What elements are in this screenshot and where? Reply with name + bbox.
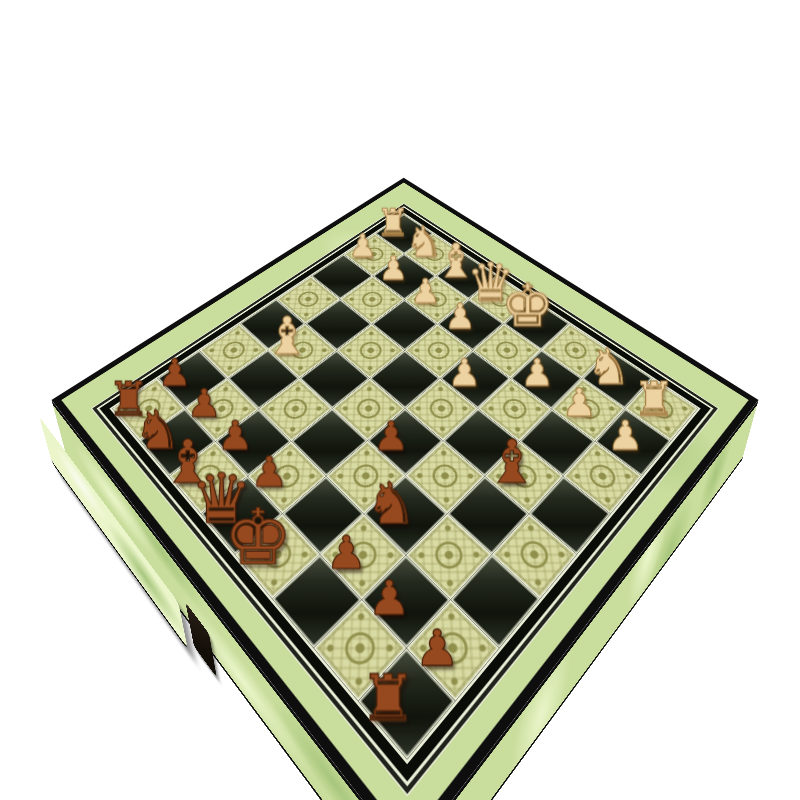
black-rook-h8: ♜	[339, 666, 439, 730]
white-king-e1: ♚	[494, 275, 561, 334]
black-knight-f6: ♞	[349, 475, 432, 533]
product-photo-stage: ♜♟♞♟♝♟♛♟♚♝♟♟♟♞♜♟♟♜♞♟♟♟♝♟♝♛♞♚♟♟♟♜	[0, 0, 800, 800]
black-pawn-e5: ♟	[353, 416, 430, 456]
drawer-handle	[185, 602, 216, 677]
white-bishop-b5: ♝	[253, 310, 322, 362]
board-frame: ♜♟♞♟♝♟♛♟♚♝♟♟♟♞♜♟♟♜♞♟♟♟♝♟♝♛♞♚♟♟♟♜	[97, 206, 714, 786]
chess-box: ♜♟♞♟♝♟♛♟♚♝♟♟♟♞♜♟♟♜♞♟♟♟♝♟♝♛♞♚♟♟♟♜	[51, 178, 758, 800]
white-pawn-d2: ♟	[427, 299, 494, 334]
white-pawn-h2: ♟	[587, 416, 664, 456]
black-king-e8: ♚	[215, 498, 302, 575]
black-pawn-f7: ♟	[303, 530, 390, 576]
white-pawn-e3: ♟	[429, 353, 500, 391]
chess-set-scene: ♜♟♞♟♝♟♛♟♚♝♟♟♟♞♜♟♟♜♞♟♟♟♝♟♝♛♞♚♟♟♟♜	[0, 0, 800, 800]
board-surface: ♜♟♞♟♝♟♛♟♚♝♟♟♟♞♜♟♟♜♞♟♟♟♝♟♝♛♞♚♟♟♟♜	[51, 178, 758, 800]
black-pawn-g7: ♟	[344, 574, 435, 622]
black-bishop-g4: ♝	[473, 433, 553, 493]
checkerboard-field: ♜♟♞♟♝♟♛♟♚♝♟♟♟♞♜♟♟♜♞♟♟♟♝♟♝♛♞♚♟♟♟♜	[109, 213, 700, 765]
